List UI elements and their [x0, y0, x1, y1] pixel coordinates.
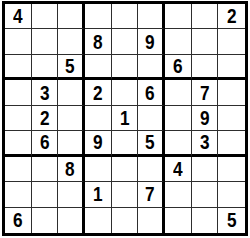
cell-r3c9[interactable]: [218, 55, 245, 80]
cell-r4c9[interactable]: [218, 80, 245, 105]
given-digit: 8: [65, 158, 75, 180]
cell-r2c5[interactable]: [112, 29, 139, 54]
cell-r2c7[interactable]: [165, 29, 192, 54]
cell-r5c7[interactable]: [165, 106, 192, 131]
cell-r4c7[interactable]: [165, 80, 192, 105]
given-digit: 3: [40, 82, 50, 104]
cell-r7c9[interactable]: [218, 157, 245, 182]
cell-r9c7[interactable]: [165, 208, 192, 233]
cell-r5c3[interactable]: [58, 106, 85, 131]
cell-r7c7[interactable]: 4: [165, 157, 192, 182]
cell-r5c8[interactable]: 9: [192, 106, 219, 131]
cell-r7c4[interactable]: [85, 157, 112, 182]
cell-r3c4[interactable]: [85, 55, 112, 80]
cell-r2c8[interactable]: [192, 29, 219, 54]
cell-r2c9[interactable]: [218, 29, 245, 54]
cell-r6c4[interactable]: 9: [85, 131, 112, 156]
cell-r7c2[interactable]: [32, 157, 59, 182]
cell-r6c6[interactable]: 5: [138, 131, 165, 156]
cell-r4c4[interactable]: 2: [85, 80, 112, 105]
cell-r7c8[interactable]: [192, 157, 219, 182]
given-digit: 1: [120, 107, 130, 129]
cell-r8c8[interactable]: [192, 182, 219, 207]
cell-r1c6[interactable]: [138, 4, 165, 29]
cell-r1c9[interactable]: 2: [218, 4, 245, 29]
cell-r3c2[interactable]: [32, 55, 59, 80]
cell-r7c5[interactable]: [112, 157, 139, 182]
given-digit: 4: [13, 5, 23, 27]
given-digit: 9: [200, 107, 210, 129]
cell-r4c2[interactable]: 3: [32, 80, 59, 105]
cell-r6c3[interactable]: [58, 131, 85, 156]
given-digit: 7: [145, 183, 155, 205]
cell-r9c5[interactable]: [112, 208, 139, 233]
given-digit: 2: [227, 5, 237, 27]
cell-r5c5[interactable]: 1: [112, 106, 139, 131]
given-digit: 6: [13, 209, 23, 231]
cell-r6c1[interactable]: [5, 131, 32, 156]
given-digit: 3: [200, 131, 210, 153]
cell-r3c6[interactable]: [138, 55, 165, 80]
cell-r4c3[interactable]: [58, 80, 85, 105]
cell-r4c1[interactable]: [5, 80, 32, 105]
cell-r3c1[interactable]: [5, 55, 32, 80]
cell-r6c9[interactable]: [218, 131, 245, 156]
cell-r4c6[interactable]: 6: [138, 80, 165, 105]
cell-r6c7[interactable]: [165, 131, 192, 156]
cell-r5c4[interactable]: [85, 106, 112, 131]
cell-r6c2[interactable]: 6: [32, 131, 59, 156]
cell-r5c9[interactable]: [218, 106, 245, 131]
cell-r2c1[interactable]: [5, 29, 32, 54]
cell-r7c3[interactable]: 8: [58, 157, 85, 182]
given-digit: 2: [93, 82, 103, 104]
cell-r5c1[interactable]: [5, 106, 32, 131]
cell-r9c2[interactable]: [32, 208, 59, 233]
given-digit: 2: [40, 107, 50, 129]
cell-r8c9[interactable]: [218, 182, 245, 207]
cell-r7c6[interactable]: [138, 157, 165, 182]
cell-r8c2[interactable]: [32, 182, 59, 207]
cell-r1c3[interactable]: [58, 4, 85, 29]
cell-r5c6[interactable]: [138, 106, 165, 131]
cell-r3c3[interactable]: 5: [58, 55, 85, 80]
cell-r1c2[interactable]: [32, 4, 59, 29]
cell-r8c5[interactable]: [112, 182, 139, 207]
given-digit: 7: [200, 82, 210, 104]
given-digit: 4: [173, 158, 183, 180]
cell-r1c1[interactable]: 4: [5, 4, 32, 29]
given-digit: 1: [93, 183, 103, 205]
cell-r8c7[interactable]: [165, 182, 192, 207]
cell-r4c5[interactable]: [112, 80, 139, 105]
cell-r1c7[interactable]: [165, 4, 192, 29]
cell-r4c8[interactable]: 7: [192, 80, 219, 105]
cell-r7c1[interactable]: [5, 157, 32, 182]
given-digit: 9: [145, 31, 155, 53]
cell-r6c5[interactable]: [112, 131, 139, 156]
cell-r8c3[interactable]: [58, 182, 85, 207]
cell-r9c6[interactable]: [138, 208, 165, 233]
cell-r2c3[interactable]: [58, 29, 85, 54]
cell-r1c8[interactable]: [192, 4, 219, 29]
cell-r6c8[interactable]: 3: [192, 131, 219, 156]
cell-r5c2[interactable]: 2: [32, 106, 59, 131]
given-digit: 8: [93, 31, 103, 53]
given-digit: 5: [145, 131, 155, 153]
cell-r1c5[interactable]: [112, 4, 139, 29]
cell-r8c1[interactable]: [5, 182, 32, 207]
sudoku-board: 42895632672196953841765: [2, 1, 248, 236]
given-digit: 6: [173, 55, 183, 77]
given-digit: 5: [65, 55, 75, 77]
given-digit: 6: [145, 82, 155, 104]
cell-r3c7[interactable]: 6: [165, 55, 192, 80]
cell-r9c9[interactable]: 5: [218, 208, 245, 233]
cell-r2c6[interactable]: 9: [138, 29, 165, 54]
cell-r9c3[interactable]: [58, 208, 85, 233]
given-digit: 9: [93, 131, 103, 153]
cell-r2c2[interactable]: [32, 29, 59, 54]
cell-r1c4[interactable]: [85, 4, 112, 29]
cell-r9c1[interactable]: 6: [5, 208, 32, 233]
given-digit: 5: [227, 209, 237, 231]
cell-r8c6[interactable]: 7: [138, 182, 165, 207]
cell-r8c4[interactable]: 1: [85, 182, 112, 207]
cell-r9c8[interactable]: [192, 208, 219, 233]
cell-r2c4[interactable]: 8: [85, 29, 112, 54]
cell-r9c4[interactable]: [85, 208, 112, 233]
cell-r3c5[interactable]: [112, 55, 139, 80]
given-digit: 6: [40, 131, 50, 153]
cell-r3c8[interactable]: [192, 55, 219, 80]
